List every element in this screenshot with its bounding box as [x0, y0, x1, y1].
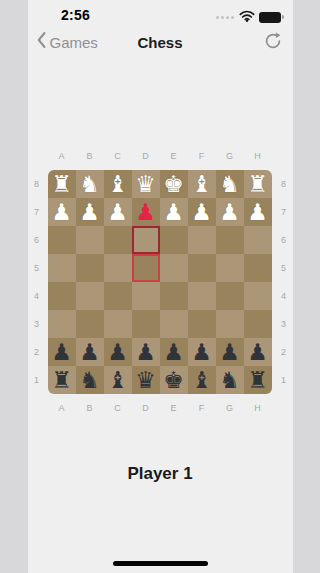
coordinate-label-B: B — [76, 401, 104, 415]
coordinate-label-C: C — [104, 149, 132, 163]
white-pawn: ♟ — [107, 198, 128, 226]
square-c4[interactable] — [104, 282, 132, 310]
square-a8[interactable]: ♜ — [48, 170, 76, 198]
square-b5[interactable] — [76, 254, 104, 282]
app-screen: 2:56 Games Chess — [28, 0, 293, 573]
coordinate-label-B: B — [76, 149, 104, 163]
square-g1[interactable]: ♞ — [216, 366, 244, 394]
black-pawn: ♟ — [107, 338, 128, 366]
file-labels-top: ABCDEFGH — [48, 149, 272, 163]
square-e3[interactable] — [160, 310, 188, 338]
black-pawn: ♟ — [191, 338, 212, 366]
coordinate-label-8: 8 — [276, 170, 292, 198]
coordinate-label-H: H — [244, 401, 272, 415]
coordinate-label-1: 1 — [29, 366, 45, 394]
white-pawn: ♟ — [79, 198, 100, 226]
square-h2[interactable]: ♟ — [244, 338, 272, 366]
square-d1[interactable]: ♛ — [132, 366, 160, 394]
black-bishop: ♝ — [191, 366, 212, 394]
cellular-signal-icon — [216, 16, 234, 19]
white-king: ♚ — [163, 170, 184, 198]
square-a3[interactable] — [48, 310, 76, 338]
coordinate-label-C: C — [104, 401, 132, 415]
black-pawn: ♟ — [219, 338, 240, 366]
white-pawn: ♟ — [191, 198, 212, 226]
square-b3[interactable] — [76, 310, 104, 338]
wifi-icon — [239, 8, 255, 26]
square-h8[interactable]: ♜ — [244, 170, 272, 198]
square-h4[interactable] — [244, 282, 272, 310]
square-e6[interactable] — [160, 226, 188, 254]
square-d2[interactable]: ♟ — [132, 338, 160, 366]
white-queen: ♛ — [135, 170, 156, 198]
white-pawn: ♟ — [247, 198, 268, 226]
square-b2[interactable]: ♟ — [76, 338, 104, 366]
black-pawn: ♟ — [51, 338, 72, 366]
back-button[interactable]: Games — [36, 31, 98, 53]
white-pawn: ♟ — [163, 198, 184, 226]
square-h5[interactable] — [244, 254, 272, 282]
square-c8[interactable]: ♝ — [104, 170, 132, 198]
rank-labels-left: 87654321 — [29, 170, 45, 394]
white-pawn: ♟ — [51, 198, 72, 226]
coordinate-label-6: 6 — [276, 226, 292, 254]
white-knight: ♞ — [79, 170, 100, 198]
square-a5[interactable] — [48, 254, 76, 282]
navigation-bar: Games Chess — [28, 26, 293, 58]
square-f2[interactable]: ♟ — [188, 338, 216, 366]
coordinate-label-3: 3 — [276, 310, 292, 338]
square-d4[interactable] — [132, 282, 160, 310]
square-h1[interactable]: ♜ — [244, 366, 272, 394]
coordinate-label-4: 4 — [276, 282, 292, 310]
coordinate-label-2: 2 — [276, 338, 292, 366]
square-f5[interactable] — [188, 254, 216, 282]
home-indicator[interactable] — [113, 561, 208, 566]
battery-icon — [259, 12, 281, 23]
black-pawn: ♟ — [247, 338, 268, 366]
white-bishop: ♝ — [191, 170, 212, 198]
black-knight: ♞ — [79, 366, 100, 394]
coordinate-label-A: A — [48, 401, 76, 415]
square-h3[interactable] — [244, 310, 272, 338]
coordinate-label-5: 5 — [29, 254, 45, 282]
square-e4[interactable] — [160, 282, 188, 310]
square-e2[interactable]: ♟ — [160, 338, 188, 366]
square-c5[interactable] — [104, 254, 132, 282]
square-d3[interactable] — [132, 310, 160, 338]
square-c6[interactable] — [104, 226, 132, 254]
coordinate-label-7: 7 — [276, 198, 292, 226]
black-pawn: ♟ — [79, 338, 100, 366]
black-queen: ♛ — [135, 366, 156, 394]
coordinate-label-5: 5 — [276, 254, 292, 282]
refresh-button[interactable] — [263, 31, 283, 51]
file-labels-bottom: ABCDEFGH — [48, 401, 272, 415]
white-rook: ♜ — [51, 170, 72, 198]
square-f7[interactable]: ♟ — [188, 198, 216, 226]
square-g6[interactable] — [216, 226, 244, 254]
square-g3[interactable] — [216, 310, 244, 338]
refresh-icon — [263, 31, 283, 51]
square-b6[interactable] — [76, 226, 104, 254]
square-f3[interactable] — [188, 310, 216, 338]
square-d7[interactable]: ♟ — [132, 198, 160, 226]
clock: 2:56 — [50, 7, 102, 23]
coordinate-label-3: 3 — [29, 310, 45, 338]
square-b4[interactable] — [76, 282, 104, 310]
square-a7[interactable]: ♟ — [48, 198, 76, 226]
coordinate-label-1: 1 — [276, 366, 292, 394]
back-button-label: Games — [50, 34, 98, 51]
square-d5[interactable] — [132, 254, 160, 282]
square-e1[interactable]: ♚ — [160, 366, 188, 394]
square-e5[interactable] — [160, 254, 188, 282]
white-knight: ♞ — [219, 170, 240, 198]
rank-labels-right: 87654321 — [276, 170, 292, 394]
square-a6[interactable] — [48, 226, 76, 254]
square-h6[interactable] — [244, 226, 272, 254]
black-pawn: ♟ — [163, 338, 184, 366]
square-a1[interactable]: ♜ — [48, 366, 76, 394]
white-bishop: ♝ — [107, 170, 128, 198]
square-f1[interactable]: ♝ — [188, 366, 216, 394]
black-rook: ♜ — [247, 366, 268, 394]
square-g7[interactable]: ♟ — [216, 198, 244, 226]
square-g4[interactable] — [216, 282, 244, 310]
white-rook: ♜ — [247, 170, 268, 198]
coordinate-label-H: H — [244, 149, 272, 163]
coordinate-label-F: F — [188, 149, 216, 163]
square-g2[interactable]: ♟ — [216, 338, 244, 366]
square-d8[interactable]: ♛ — [132, 170, 160, 198]
black-rook: ♜ — [51, 366, 72, 394]
square-b7[interactable]: ♟ — [76, 198, 104, 226]
square-f6[interactable] — [188, 226, 216, 254]
black-knight: ♞ — [219, 366, 240, 394]
square-e7[interactable]: ♟ — [160, 198, 188, 226]
black-bishop: ♝ — [107, 366, 128, 394]
square-c2[interactable]: ♟ — [104, 338, 132, 366]
square-c3[interactable] — [104, 310, 132, 338]
coordinate-label-A: A — [48, 149, 76, 163]
coordinate-label-D: D — [132, 401, 160, 415]
chevron-left-icon — [36, 31, 47, 53]
coordinate-label-7: 7 — [29, 198, 45, 226]
coordinate-label-E: E — [160, 401, 188, 415]
square-f8[interactable]: ♝ — [188, 170, 216, 198]
player-turn-label: Player 1 — [28, 464, 293, 484]
square-c1[interactable]: ♝ — [104, 366, 132, 394]
coordinate-label-6: 6 — [29, 226, 45, 254]
black-king: ♚ — [163, 366, 184, 394]
coordinate-label-G: G — [216, 149, 244, 163]
square-g8[interactable]: ♞ — [216, 170, 244, 198]
square-c7[interactable]: ♟ — [104, 198, 132, 226]
square-d6[interactable] — [132, 226, 160, 254]
black-pawn: ♟ — [135, 338, 156, 366]
selected-white-pawn: ♟ — [135, 198, 156, 226]
chess-board: ♜♞♝♛♚♝♞♜♟♟♟♟♟♟♟♟♟♟♟♟♟♟♟♟♜♞♝♛♚♝♞♜ — [48, 170, 272, 394]
square-b1[interactable]: ♞ — [76, 366, 104, 394]
square-g5[interactable] — [216, 254, 244, 282]
square-h7[interactable]: ♟ — [244, 198, 272, 226]
coordinate-label-G: G — [216, 401, 244, 415]
coordinate-label-F: F — [188, 401, 216, 415]
coordinate-label-2: 2 — [29, 338, 45, 366]
square-e8[interactable]: ♚ — [160, 170, 188, 198]
square-b8[interactable]: ♞ — [76, 170, 104, 198]
coordinate-label-4: 4 — [29, 282, 45, 310]
square-a2[interactable]: ♟ — [48, 338, 76, 366]
status-bar: 2:56 — [28, 0, 293, 26]
coordinate-label-E: E — [160, 149, 188, 163]
coordinate-label-8: 8 — [29, 170, 45, 198]
square-a4[interactable] — [48, 282, 76, 310]
square-f4[interactable] — [188, 282, 216, 310]
coordinate-label-D: D — [132, 149, 160, 163]
white-pawn: ♟ — [219, 198, 240, 226]
